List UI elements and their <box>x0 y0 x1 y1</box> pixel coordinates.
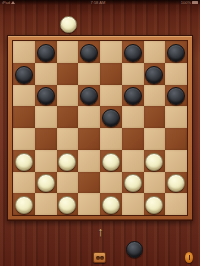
white-checker-piece[interactable] <box>145 196 163 214</box>
black-checker-piece[interactable] <box>80 87 98 105</box>
black-checker-piece[interactable] <box>167 44 185 62</box>
black-checker-piece[interactable] <box>145 66 163 84</box>
square-h5 <box>165 106 187 128</box>
square-a1[interactable] <box>13 193 35 215</box>
square-a8 <box>13 41 35 63</box>
square-g6 <box>144 85 166 107</box>
square-b6[interactable] <box>35 85 57 107</box>
square-c2 <box>57 172 79 194</box>
black-checker-piece[interactable] <box>80 44 98 62</box>
square-e5[interactable] <box>100 106 122 128</box>
square-a7[interactable] <box>13 63 35 85</box>
square-h1 <box>165 193 187 215</box>
square-f8[interactable] <box>122 41 144 63</box>
checkers-board <box>7 35 193 221</box>
captured-pieces-button[interactable] <box>93 252 106 263</box>
square-d3 <box>78 150 100 172</box>
black-checker-piece[interactable] <box>124 44 142 62</box>
carrier-label: iPad <box>2 0 10 5</box>
square-d6[interactable] <box>78 85 100 107</box>
checker-dot-icon <box>100 256 104 260</box>
info-button[interactable] <box>185 252 193 263</box>
status-left: iPad <box>2 0 15 5</box>
black-checker-piece[interactable] <box>37 87 55 105</box>
black-checker-piece[interactable] <box>15 66 33 84</box>
white-checker-piece[interactable] <box>15 153 33 171</box>
black-checker-piece[interactable] <box>37 44 55 62</box>
square-f1 <box>122 193 144 215</box>
square-c7[interactable] <box>57 63 79 85</box>
square-e8 <box>100 41 122 63</box>
white-checker-piece[interactable] <box>58 196 76 214</box>
square-e4 <box>100 128 122 150</box>
square-h2[interactable] <box>165 172 187 194</box>
square-d4[interactable] <box>78 128 100 150</box>
square-e3[interactable] <box>100 150 122 172</box>
black-checker-piece[interactable] <box>167 87 185 105</box>
square-b7 <box>35 63 57 85</box>
square-a5[interactable] <box>13 106 35 128</box>
square-f2[interactable] <box>122 172 144 194</box>
square-g5[interactable] <box>144 106 166 128</box>
square-e7[interactable] <box>100 63 122 85</box>
square-a2 <box>13 172 35 194</box>
info-icon <box>189 255 190 260</box>
square-g2 <box>144 172 166 194</box>
square-b2[interactable] <box>35 172 57 194</box>
square-h3 <box>165 150 187 172</box>
square-d7 <box>78 63 100 85</box>
square-b8[interactable] <box>35 41 57 63</box>
square-b1 <box>35 193 57 215</box>
square-c8 <box>57 41 79 63</box>
square-g7[interactable] <box>144 63 166 85</box>
square-f6[interactable] <box>122 85 144 107</box>
square-f7 <box>122 63 144 85</box>
square-b3 <box>35 150 57 172</box>
square-c3[interactable] <box>57 150 79 172</box>
square-f5 <box>122 106 144 128</box>
status-clock: 7:58 AM <box>91 0 106 5</box>
black-checker-piece[interactable] <box>102 109 120 127</box>
square-g8 <box>144 41 166 63</box>
white-checker-piece[interactable] <box>37 174 55 192</box>
square-c5[interactable] <box>57 106 79 128</box>
status-bar: iPad 7:58 AM 100% <box>0 0 200 5</box>
square-c6 <box>57 85 79 107</box>
app-screen: iPad 7:58 AM 100% ↑ <box>0 0 200 266</box>
square-a6 <box>13 85 35 107</box>
square-g3[interactable] <box>144 150 166 172</box>
square-h4[interactable] <box>165 128 187 150</box>
square-d5 <box>78 106 100 128</box>
square-g1[interactable] <box>144 193 166 215</box>
square-a3[interactable] <box>13 150 35 172</box>
black-checker-piece[interactable] <box>124 87 142 105</box>
square-c4 <box>57 128 79 150</box>
square-h7 <box>165 63 187 85</box>
white-checker-piece[interactable] <box>145 153 163 171</box>
square-d1 <box>78 193 100 215</box>
white-checker-piece[interactable] <box>58 153 76 171</box>
white-checker-piece[interactable] <box>167 174 185 192</box>
white-checker-piece[interactable] <box>15 196 33 214</box>
square-e6 <box>100 85 122 107</box>
white-checker-piece[interactable] <box>102 153 120 171</box>
square-b4[interactable] <box>35 128 57 150</box>
wifi-icon <box>11 1 15 4</box>
square-f3 <box>122 150 144 172</box>
battery-icon <box>192 1 198 4</box>
square-e2 <box>100 172 122 194</box>
square-a4 <box>13 128 35 150</box>
battery-percent: 100% <box>181 0 191 5</box>
square-d2[interactable] <box>78 172 100 194</box>
square-c1[interactable] <box>57 193 79 215</box>
square-h8[interactable] <box>165 41 187 63</box>
square-f4[interactable] <box>122 128 144 150</box>
white-checker-piece[interactable] <box>124 174 142 192</box>
status-right: 100% <box>181 0 198 5</box>
square-g4 <box>144 128 166 150</box>
turn-indicator-arrow-icon: ↑ <box>93 224 108 239</box>
square-h6[interactable] <box>165 85 187 107</box>
square-e1[interactable] <box>100 193 122 215</box>
captured-black-piece <box>126 241 143 258</box>
board-grid <box>12 40 188 216</box>
white-checker-piece[interactable] <box>102 196 120 214</box>
captured-white-piece <box>60 16 77 33</box>
square-d8[interactable] <box>78 41 100 63</box>
square-b5 <box>35 106 57 128</box>
